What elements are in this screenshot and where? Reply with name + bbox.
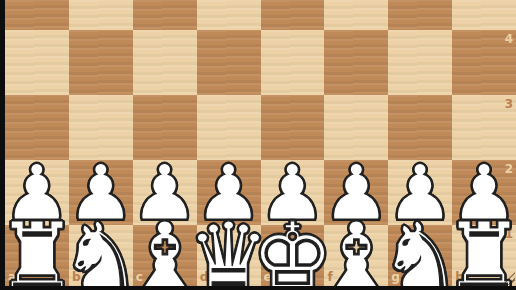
square-h1[interactable]: 1h♜ bbox=[452, 225, 516, 290]
piece-white-rook[interactable]: ♜ bbox=[443, 211, 516, 290]
square-c5[interactable] bbox=[133, 0, 197, 30]
square-a5[interactable] bbox=[5, 0, 69, 30]
rank-label-3: 3 bbox=[505, 97, 513, 111]
chess-board-screenshot: 43♟♟♟♟♟♟♟2♟a♜b♞c♝d♛e♚f♝g♞1h♜ bbox=[0, 0, 516, 290]
square-h5[interactable] bbox=[452, 0, 516, 30]
square-h4[interactable]: 4 bbox=[452, 30, 516, 95]
square-d5[interactable] bbox=[197, 0, 261, 30]
square-c4[interactable] bbox=[133, 30, 197, 95]
square-g4[interactable] bbox=[388, 30, 452, 95]
square-f4[interactable] bbox=[324, 30, 388, 95]
letterbox-left-bar bbox=[0, 0, 5, 290]
square-f5[interactable] bbox=[324, 0, 388, 30]
square-d4[interactable] bbox=[197, 30, 261, 95]
rank-label-4: 4 bbox=[505, 32, 513, 46]
square-e5[interactable] bbox=[261, 0, 325, 30]
square-e4[interactable] bbox=[261, 30, 325, 95]
letterbox-bottom-bar bbox=[0, 286, 516, 290]
square-g5[interactable] bbox=[388, 0, 452, 30]
square-b4[interactable] bbox=[69, 30, 133, 95]
square-b5[interactable] bbox=[69, 0, 133, 30]
square-a4[interactable] bbox=[5, 30, 69, 95]
chess-board: 43♟♟♟♟♟♟♟2♟a♜b♞c♝d♛e♚f♝g♞1h♜ bbox=[5, 0, 516, 290]
